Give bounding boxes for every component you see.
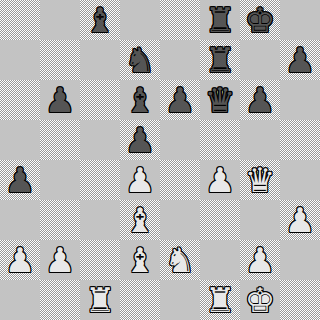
piece-black-rook[interactable]: ♜ — [205, 0, 235, 40]
piece-white-king[interactable]: ♚ — [245, 280, 275, 320]
square-a6[interactable] — [0, 80, 40, 120]
square-c2[interactable] — [80, 240, 120, 280]
square-d4[interactable]: ♟ — [120, 160, 160, 200]
square-a1[interactable] — [0, 280, 40, 320]
square-c8[interactable]: ♝ — [80, 0, 120, 40]
piece-white-pawn[interactable]: ♟ — [285, 200, 315, 240]
square-b7[interactable] — [40, 40, 80, 80]
square-g7[interactable] — [240, 40, 280, 80]
square-e6[interactable]: ♟ — [160, 80, 200, 120]
square-d7[interactable]: ♞ — [120, 40, 160, 80]
square-e4[interactable] — [160, 160, 200, 200]
square-b8[interactable] — [40, 0, 80, 40]
square-h2[interactable] — [280, 240, 320, 280]
piece-white-pawn[interactable]: ♟ — [205, 160, 235, 200]
square-g5[interactable] — [240, 120, 280, 160]
square-d1[interactable] — [120, 280, 160, 320]
piece-black-rook[interactable]: ♜ — [205, 40, 235, 80]
piece-black-bishop[interactable]: ♝ — [125, 80, 155, 120]
square-h6[interactable] — [280, 80, 320, 120]
piece-white-rook[interactable]: ♜ — [85, 280, 115, 320]
piece-white-rook[interactable]: ♜ — [205, 280, 235, 320]
piece-black-queen[interactable]: ♛ — [205, 80, 235, 120]
square-h8[interactable] — [280, 0, 320, 40]
square-g4[interactable]: ♛ — [240, 160, 280, 200]
piece-white-bishop[interactable]: ♝ — [125, 200, 155, 240]
square-h4[interactable] — [280, 160, 320, 200]
square-c6[interactable] — [80, 80, 120, 120]
square-e3[interactable] — [160, 200, 200, 240]
piece-black-pawn[interactable]: ♟ — [45, 80, 75, 120]
piece-white-bishop[interactable]: ♝ — [125, 240, 155, 280]
square-b3[interactable] — [40, 200, 80, 240]
square-d8[interactable] — [120, 0, 160, 40]
square-a2[interactable]: ♟ — [0, 240, 40, 280]
square-f1[interactable]: ♜ — [200, 280, 240, 320]
square-g6[interactable]: ♟ — [240, 80, 280, 120]
square-e5[interactable] — [160, 120, 200, 160]
piece-white-knight[interactable]: ♞ — [165, 240, 195, 280]
piece-black-pawn[interactable]: ♟ — [5, 160, 35, 200]
square-a8[interactable] — [0, 0, 40, 40]
square-b1[interactable] — [40, 280, 80, 320]
square-e7[interactable] — [160, 40, 200, 80]
square-c5[interactable] — [80, 120, 120, 160]
square-e1[interactable] — [160, 280, 200, 320]
piece-black-pawn[interactable]: ♟ — [125, 120, 155, 160]
square-g2[interactable]: ♟ — [240, 240, 280, 280]
square-g1[interactable]: ♚ — [240, 280, 280, 320]
square-d3[interactable]: ♝ — [120, 200, 160, 240]
square-c1[interactable]: ♜ — [80, 280, 120, 320]
square-g3[interactable] — [240, 200, 280, 240]
square-f3[interactable] — [200, 200, 240, 240]
piece-white-pawn[interactable]: ♟ — [5, 240, 35, 280]
piece-black-pawn[interactable]: ♟ — [165, 80, 195, 120]
square-g8[interactable]: ♚ — [240, 0, 280, 40]
square-h7[interactable]: ♟ — [280, 40, 320, 80]
piece-white-pawn[interactable]: ♟ — [45, 240, 75, 280]
square-f2[interactable] — [200, 240, 240, 280]
piece-white-pawn[interactable]: ♟ — [245, 240, 275, 280]
square-b6[interactable]: ♟ — [40, 80, 80, 120]
square-a5[interactable] — [0, 120, 40, 160]
piece-black-knight[interactable]: ♞ — [125, 40, 155, 80]
square-e2[interactable]: ♞ — [160, 240, 200, 280]
square-f4[interactable]: ♟ — [200, 160, 240, 200]
square-d5[interactable]: ♟ — [120, 120, 160, 160]
piece-black-bishop[interactable]: ♝ — [85, 0, 115, 40]
piece-white-queen[interactable]: ♛ — [245, 160, 275, 200]
square-f7[interactable]: ♜ — [200, 40, 240, 80]
square-b4[interactable] — [40, 160, 80, 200]
square-f6[interactable]: ♛ — [200, 80, 240, 120]
square-a4[interactable]: ♟ — [0, 160, 40, 200]
square-c4[interactable] — [80, 160, 120, 200]
chess-board: ♝♜♚♞♜♟♟♝♟♛♟♟♟♟♟♛♝♟♟♟♝♞♟♜♜♚ — [0, 0, 320, 320]
square-h1[interactable] — [280, 280, 320, 320]
piece-black-pawn[interactable]: ♟ — [285, 40, 315, 80]
square-a7[interactable] — [0, 40, 40, 80]
square-h5[interactable] — [280, 120, 320, 160]
piece-white-pawn[interactable]: ♟ — [125, 160, 155, 200]
square-a3[interactable] — [0, 200, 40, 240]
piece-black-king[interactable]: ♚ — [245, 0, 275, 40]
square-f5[interactable] — [200, 120, 240, 160]
square-h3[interactable]: ♟ — [280, 200, 320, 240]
piece-black-pawn[interactable]: ♟ — [245, 80, 275, 120]
square-e8[interactable] — [160, 0, 200, 40]
square-f8[interactable]: ♜ — [200, 0, 240, 40]
square-b5[interactable] — [40, 120, 80, 160]
square-d2[interactable]: ♝ — [120, 240, 160, 280]
square-d6[interactable]: ♝ — [120, 80, 160, 120]
square-c3[interactable] — [80, 200, 120, 240]
square-c7[interactable] — [80, 40, 120, 80]
square-b2[interactable]: ♟ — [40, 240, 80, 280]
